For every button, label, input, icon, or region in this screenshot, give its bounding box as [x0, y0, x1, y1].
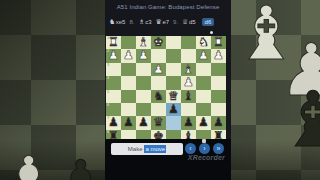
black-piece-p-f7[interactable]: ♟ — [136, 116, 151, 129]
black-piece-p-h7[interactable]: ♟ — [106, 116, 121, 129]
square-g1[interactable] — [121, 36, 136, 49]
black-piece-n-e5[interactable]: ♞ — [151, 90, 166, 103]
square-h2[interactable]: 2♟ — [106, 49, 121, 62]
background-black-bishop-icon: ♝ — [279, 82, 320, 158]
move-token[interactable]: ♗c3 — [138, 18, 151, 26]
move-number: 8. — [129, 19, 134, 25]
black-piece-p-g7[interactable]: ♟ — [121, 116, 136, 129]
nav-forward-button[interactable]: › — [199, 143, 210, 154]
white-piece-r-a1[interactable]: ♜ — [211, 36, 226, 49]
move-input-selection: a move — [144, 145, 166, 153]
move-token[interactable]: ♛e7 — [156, 18, 169, 26]
square-g4[interactable] — [121, 76, 136, 89]
figurine-icon: ♛ — [156, 18, 162, 26]
white-piece-q-d5[interactable]: ♛ — [166, 90, 181, 103]
square-a7[interactable]: ♟ — [211, 116, 226, 129]
square-h7[interactable]: 7♟ — [106, 116, 121, 129]
status-dot-icon — [210, 31, 213, 34]
square-e1[interactable]: ♚ — [151, 36, 166, 49]
square-c1[interactable] — [181, 36, 196, 49]
square-f7[interactable]: ♟ — [136, 116, 151, 129]
move-number: 9. — [173, 19, 178, 25]
black-piece-p-b7[interactable]: ♟ — [196, 116, 211, 129]
square-b3[interactable] — [196, 63, 211, 76]
square-h4[interactable]: 4 — [106, 76, 121, 89]
square-f5[interactable] — [136, 90, 151, 103]
square-h1[interactable]: 1♜ — [106, 36, 121, 49]
square-g5[interactable] — [121, 90, 136, 103]
app-screen: A51 Indian Game: Budapest Defense ♞xe58.… — [105, 0, 231, 180]
square-d1[interactable] — [166, 36, 181, 49]
figurine-icon: ♞ — [109, 18, 115, 26]
white-piece-k-e1[interactable]: ♚ — [151, 36, 166, 49]
square-b7[interactable]: ♟ — [196, 116, 211, 129]
square-d6[interactable]: ♟ — [166, 103, 181, 116]
white-piece-r-h1[interactable]: ♜ — [106, 36, 121, 49]
move-list[interactable]: ♞xe58.♗c3♛e79.♕d5d6 — [107, 16, 217, 27]
figurine-icon: ♕ — [182, 18, 188, 26]
opening-title: A51 Indian Game: Budapest Defense — [105, 4, 231, 10]
move-input-text: Make — [128, 146, 143, 152]
square-a1[interactable]: ♜ — [211, 36, 226, 49]
rank-label: 4 — [107, 76, 109, 80]
background-white-pawn-bottom-icon: ♟ — [0, 148, 57, 180]
rank-label: 5 — [107, 90, 109, 94]
square-h3[interactable]: 3 — [106, 63, 121, 76]
square-d2[interactable] — [166, 49, 181, 62]
square-g3[interactable] — [121, 63, 136, 76]
square-d7[interactable] — [166, 116, 181, 129]
white-piece-b-f1[interactable]: ♝ — [136, 36, 151, 49]
square-d3[interactable] — [166, 63, 181, 76]
black-piece-q-e7[interactable]: ♛ — [151, 116, 166, 129]
square-e4[interactable] — [151, 76, 166, 89]
white-piece-p-f2[interactable]: ♟ — [136, 49, 151, 62]
square-f4[interactable] — [136, 76, 151, 89]
move-input[interactable]: Make a move — [111, 143, 183, 155]
control-bar: Make a move ‹ › » XRecorder — [105, 139, 231, 180]
square-c2[interactable] — [181, 49, 196, 62]
square-a3[interactable] — [211, 63, 226, 76]
white-piece-b-c3[interactable]: ♝ — [181, 63, 196, 76]
square-b1[interactable]: ♞ — [196, 36, 211, 49]
square-g2[interactable]: ♟ — [121, 49, 136, 62]
square-f1[interactable]: ♝ — [136, 36, 151, 49]
nav-last-button[interactable]: » — [213, 143, 224, 154]
background-black-pawn-bottom-icon: ♟ — [52, 152, 109, 180]
figurine-icon: ♗ — [138, 18, 144, 26]
white-piece-p-a2[interactable]: ♟ — [211, 49, 226, 62]
square-d5[interactable]: ♛ — [166, 90, 181, 103]
square-c3[interactable]: ♝ — [181, 63, 196, 76]
square-e5[interactable]: ♞ — [151, 90, 166, 103]
screenshot-stage: ♝ ♟ ♝ ♟ ♟ A51 Indian Game: Budapest Defe… — [0, 0, 320, 180]
square-b2[interactable]: ♟ — [196, 49, 211, 62]
recorder-overlay-icon[interactable] — [202, 139, 206, 143]
chess-board[interactable]: 1♜♝♚♞♜2♟♟♟♟♟3♟♝4♟5♞♛♝6♟7♟♟♟♛♟♟♟8♜♚♝♜ — [106, 36, 226, 143]
white-piece-p-c4[interactable]: ♟ — [181, 76, 196, 89]
rank-label: 3 — [107, 63, 109, 67]
square-f3[interactable] — [136, 63, 151, 76]
current-move-badge[interactable]: d6 — [202, 18, 215, 26]
square-g7[interactable]: ♟ — [121, 116, 136, 129]
black-piece-p-a7[interactable]: ♟ — [211, 116, 226, 129]
black-piece-p-c7[interactable]: ♟ — [181, 116, 196, 129]
white-piece-p-h2[interactable]: ♟ — [106, 49, 121, 62]
square-b4[interactable] — [196, 76, 211, 89]
square-a2[interactable]: ♟ — [211, 49, 226, 62]
square-c7[interactable]: ♟ — [181, 116, 196, 129]
square-h5[interactable]: 5 — [106, 90, 121, 103]
watermark: XRecorder — [188, 154, 225, 161]
white-piece-n-b1[interactable]: ♞ — [196, 36, 211, 49]
white-piece-p-g2[interactable]: ♟ — [121, 49, 136, 62]
square-d4[interactable] — [166, 76, 181, 89]
black-piece-p-d6[interactable]: ♟ — [166, 103, 181, 116]
square-e3[interactable]: ♟ — [151, 63, 166, 76]
white-piece-p-b2[interactable]: ♟ — [196, 49, 211, 62]
square-a4[interactable] — [211, 76, 226, 89]
white-piece-p-e3[interactable]: ♟ — [151, 63, 166, 76]
square-c5[interactable]: ♝ — [181, 90, 196, 103]
move-token[interactable]: ♕d5 — [182, 18, 195, 26]
square-e2[interactable] — [151, 49, 166, 62]
square-c4[interactable]: ♟ — [181, 76, 196, 89]
rank-label: 6 — [107, 103, 109, 107]
nav-back-button[interactable]: ‹ — [185, 143, 196, 154]
square-b5[interactable] — [196, 90, 211, 103]
black-piece-b-c5[interactable]: ♝ — [181, 90, 196, 103]
square-f2[interactable]: ♟ — [136, 49, 151, 62]
move-token[interactable]: ♞xe5 — [109, 18, 125, 26]
square-a5[interactable] — [211, 90, 226, 103]
square-e7[interactable]: ♛ — [151, 116, 166, 129]
